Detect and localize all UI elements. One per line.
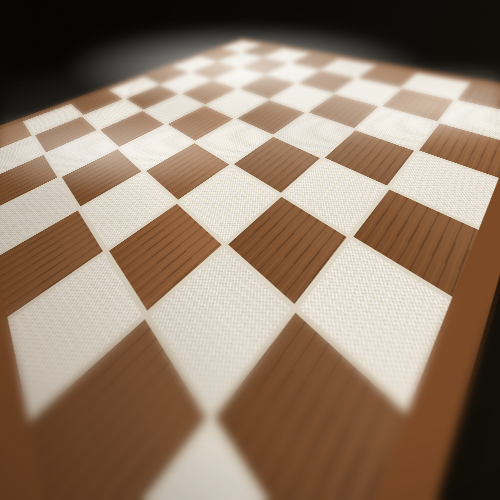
chessboard	[0, 38, 500, 500]
scene	[0, 0, 500, 500]
board-squares	[0, 38, 500, 500]
